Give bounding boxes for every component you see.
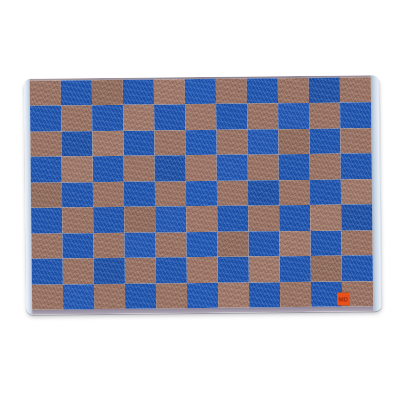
board-cell-r7c6	[186, 232, 217, 258]
board-cell-r3c6	[185, 130, 216, 156]
board-cell-r2c1	[30, 106, 61, 132]
board-cell-r2c7	[216, 104, 247, 130]
board-cell-r6c2	[62, 207, 93, 233]
board-cell-r2c8	[247, 104, 278, 130]
board-cell-r2c3	[92, 105, 123, 131]
board-cell-r3c3	[92, 131, 123, 157]
board-cell-r6c4	[124, 207, 155, 233]
board-cell-r2c5	[154, 105, 185, 131]
board-cell-r8c3	[94, 258, 125, 284]
board-cell-r6c9	[279, 205, 310, 231]
board-cell-r9c9	[280, 281, 311, 307]
board-cell-r8c2	[63, 258, 94, 284]
board-cell-r5c6	[186, 181, 217, 207]
board-cell-r3c2	[61, 131, 92, 157]
bath-mat: MD	[24, 75, 382, 315]
board-cell-r5c8	[248, 180, 279, 206]
board-cell-r2c11	[340, 103, 371, 129]
board-cell-r4c10	[310, 154, 341, 180]
board-cell-r1c11	[340, 77, 371, 103]
board-cell-r1c2	[61, 80, 92, 106]
board-cell-r3c8	[247, 129, 278, 155]
board-cell-r6c6	[186, 206, 217, 232]
board-cell-r4c11	[341, 154, 372, 180]
board-cell-r8c8	[249, 256, 280, 282]
board-cell-r2c9	[278, 103, 309, 129]
board-cell-r7c11	[341, 230, 372, 256]
board-cell-r1c9	[278, 78, 309, 104]
board-cell-r4c2	[62, 156, 93, 182]
board-cell-r3c4	[123, 130, 154, 156]
board-cell-r9c2	[63, 284, 94, 310]
board-cell-r1c8	[247, 78, 278, 104]
board-cell-r7c3	[93, 232, 124, 258]
board-cell-r7c2	[62, 233, 93, 259]
board-cell-r1c6	[185, 79, 216, 105]
board-cell-r4c3	[93, 156, 124, 182]
board-cell-r3c1	[30, 131, 61, 157]
board-cell-r5c7	[217, 180, 248, 206]
board-cell-r6c3	[93, 207, 124, 233]
mat-center	[30, 75, 373, 315]
board-cell-r7c4	[124, 232, 155, 258]
board-cell-r4c7	[217, 155, 248, 181]
board-cell-r9c1	[32, 284, 63, 310]
board-cell-r8c11	[342, 255, 373, 281]
brand-tag-label: MD	[338, 296, 347, 302]
board-cell-r6c8	[248, 205, 279, 231]
board-cell-r1c10	[309, 78, 340, 104]
photo-background: MD	[0, 0, 400, 400]
board-cell-r1c1	[30, 80, 61, 106]
board-cell-r7c10	[310, 230, 341, 256]
board-cell-r4c5	[155, 156, 186, 182]
board-cell-r6c7	[217, 206, 248, 232]
board-cell-r5c1	[31, 182, 62, 208]
board-cell-r8c10	[311, 256, 342, 282]
board-cell-r5c4	[124, 181, 155, 207]
board-cell-r8c4	[125, 258, 156, 284]
board-cell-r5c5	[155, 181, 186, 207]
board-cell-r6c5	[155, 206, 186, 232]
board-cell-r3c7	[216, 129, 247, 155]
board-cell-r4c4	[124, 156, 155, 182]
board-cell-r5c2	[62, 182, 93, 208]
board-cell-r7c8	[248, 231, 279, 257]
board-cell-r8c9	[280, 256, 311, 282]
board-cell-r1c5	[154, 79, 185, 105]
board-cell-r3c5	[154, 130, 185, 156]
brand-tag: MD	[337, 292, 349, 305]
board-cell-r6c11	[341, 204, 372, 230]
board-cell-r3c9	[278, 129, 309, 155]
board-cell-r4c6	[186, 155, 217, 181]
board-cell-r3c10	[309, 128, 340, 154]
board-cell-r9c3	[94, 283, 125, 309]
board-cell-r2c4	[123, 105, 154, 131]
board-cell-r2c2	[61, 106, 92, 132]
board-cell-r1c7	[216, 79, 247, 105]
board-cell-r9c8	[249, 282, 280, 308]
board-cell-r5c10	[310, 179, 341, 205]
board-cell-r7c7	[217, 231, 248, 257]
checkerboard	[30, 77, 373, 310]
board-cell-r8c6	[187, 257, 218, 283]
board-cell-r6c10	[310, 205, 341, 231]
board-cell-r4c8	[248, 155, 279, 181]
board-cell-r9c6	[187, 282, 218, 308]
board-cell-r2c10	[309, 103, 340, 129]
board-cell-r7c5	[155, 232, 186, 258]
board-cell-r7c9	[279, 231, 310, 257]
board-cell-r3c11	[340, 128, 371, 154]
board-cell-r1c4	[123, 80, 154, 106]
board-cell-r8c1	[32, 259, 63, 285]
board-cell-r7c1	[31, 233, 62, 259]
board-cell-r5c3	[93, 182, 124, 208]
board-cell-r9c5	[156, 283, 187, 309]
board-cell-r1c3	[92, 80, 123, 106]
board-cell-r8c5	[156, 257, 187, 283]
board-cell-r8c7	[218, 257, 249, 283]
board-cell-r4c1	[31, 157, 62, 183]
board-cell-r2c6	[185, 104, 216, 130]
board-cell-r6c1	[31, 208, 62, 234]
board-cell-r5c11	[341, 179, 372, 205]
board-cell-r4c9	[279, 154, 310, 180]
board-cell-r9c7	[218, 282, 249, 308]
board-cell-r9c4	[125, 283, 156, 309]
board-cell-r5c9	[279, 180, 310, 206]
